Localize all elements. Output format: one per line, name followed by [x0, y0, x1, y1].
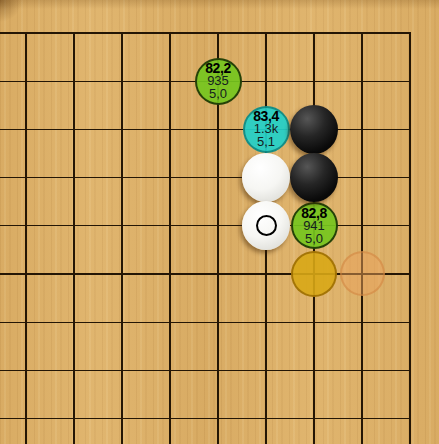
suggestion-score: 5,0: [209, 87, 227, 100]
black-stone-R16: [290, 153, 338, 201]
suggestion-circle-gold[interactable]: [291, 251, 337, 297]
move-suggestion-P18[interactable]: 82,29355,0: [194, 57, 242, 105]
suggestion-circle-cyan[interactable]: 83,41.3k5,1: [243, 106, 290, 153]
white-stone: [242, 201, 290, 250]
white-stone-Q15: [242, 202, 290, 250]
last-move-marker: [256, 215, 277, 236]
move-suggestion-Q17[interactable]: 83,41.3k5,1: [242, 105, 290, 153]
black-stone: [290, 105, 338, 154]
move-suggestion-R15[interactable]: 82,89415,0: [290, 202, 338, 250]
suggestion-circle-faint[interactable]: [340, 251, 385, 296]
go-board-view: 82,29355,083,41.3k5,182,89415,0: [0, 0, 439, 444]
suggestion-circle-green[interactable]: 82,29355,0: [195, 58, 242, 105]
black-stone-R17: [290, 105, 338, 153]
white-stone: [242, 153, 290, 202]
suggestion-score: 5,0: [305, 232, 323, 245]
white-stone-Q16: [242, 153, 290, 201]
black-stone: [290, 153, 338, 202]
move-suggestion-S14[interactable]: [338, 250, 386, 298]
suggestion-circle-green[interactable]: 82,89415,0: [291, 202, 338, 249]
suggestion-score: 5,1: [257, 135, 275, 148]
suggestion-visits: 941: [303, 219, 325, 232]
suggestion-winrate: 82,8: [301, 207, 327, 219]
board-grid[interactable]: 82,29355,083,41.3k5,182,89415,0: [2, 9, 434, 443]
move-suggestion-R14[interactable]: [290, 250, 338, 298]
